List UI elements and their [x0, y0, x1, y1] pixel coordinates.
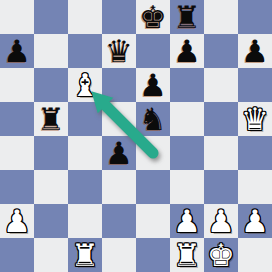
square-d7[interactable]: ♛: [102, 34, 136, 68]
black-queen[interactable]: ♛: [105, 34, 133, 68]
square-d4[interactable]: ♟: [102, 136, 136, 170]
square-h3[interactable]: [238, 170, 272, 204]
square-d8[interactable]: [102, 0, 136, 34]
square-e7[interactable]: [136, 34, 170, 68]
square-a6[interactable]: [0, 68, 34, 102]
square-e6[interactable]: ♟: [136, 68, 170, 102]
square-f5[interactable]: [170, 102, 204, 136]
square-f3[interactable]: [170, 170, 204, 204]
square-e1[interactable]: [136, 238, 170, 272]
square-h2[interactable]: ♟: [238, 204, 272, 238]
square-f8[interactable]: ♜: [170, 0, 204, 34]
square-b5[interactable]: ♜: [34, 102, 68, 136]
square-c4[interactable]: [68, 136, 102, 170]
square-g2[interactable]: ♟: [204, 204, 238, 238]
square-b2[interactable]: [34, 204, 68, 238]
square-f7[interactable]: ♟: [170, 34, 204, 68]
square-e3[interactable]: [136, 170, 170, 204]
square-f2[interactable]: ♟: [170, 204, 204, 238]
white-bishop[interactable]: ♝: [71, 68, 99, 102]
square-a7[interactable]: ♟: [0, 34, 34, 68]
chess-board-area: ♚♜♟♛♟♟♝♟♜♞♛♟♟♟♟♟♜♜♚: [0, 0, 272, 272]
black-pawn[interactable]: ♟: [3, 34, 31, 68]
square-a5[interactable]: [0, 102, 34, 136]
square-a3[interactable]: [0, 170, 34, 204]
square-e2[interactable]: [136, 204, 170, 238]
square-b7[interactable]: [34, 34, 68, 68]
square-a1[interactable]: [0, 238, 34, 272]
square-g5[interactable]: [204, 102, 238, 136]
white-rook[interactable]: ♜: [71, 238, 99, 272]
square-d3[interactable]: [102, 170, 136, 204]
square-b6[interactable]: [34, 68, 68, 102]
white-pawn[interactable]: ♟: [207, 204, 235, 238]
square-c6[interactable]: ♝: [68, 68, 102, 102]
square-e5[interactable]: ♞: [136, 102, 170, 136]
square-e4[interactable]: [136, 136, 170, 170]
black-rook[interactable]: ♜: [37, 102, 65, 136]
square-g7[interactable]: [204, 34, 238, 68]
square-h1[interactable]: [238, 238, 272, 272]
square-h7[interactable]: ♟: [238, 34, 272, 68]
square-a8[interactable]: [0, 0, 34, 34]
black-pawn[interactable]: ♟: [173, 34, 201, 68]
square-g6[interactable]: [204, 68, 238, 102]
square-f4[interactable]: [170, 136, 204, 170]
square-h8[interactable]: [238, 0, 272, 34]
white-pawn[interactable]: ♟: [173, 204, 201, 238]
black-rook[interactable]: ♜: [173, 0, 201, 34]
square-d5[interactable]: [102, 102, 136, 136]
white-pawn[interactable]: ♟: [241, 204, 269, 238]
white-rook[interactable]: ♜: [173, 238, 201, 272]
square-c1[interactable]: ♜: [68, 238, 102, 272]
square-b3[interactable]: [34, 170, 68, 204]
black-knight[interactable]: ♞: [139, 102, 167, 136]
square-d1[interactable]: [102, 238, 136, 272]
square-a4[interactable]: [0, 136, 34, 170]
square-b1[interactable]: [34, 238, 68, 272]
square-g8[interactable]: [204, 0, 238, 34]
square-f1[interactable]: ♜: [170, 238, 204, 272]
square-b8[interactable]: [34, 0, 68, 34]
square-b4[interactable]: [34, 136, 68, 170]
square-c5[interactable]: [68, 102, 102, 136]
square-d2[interactable]: [102, 204, 136, 238]
white-king[interactable]: ♚: [207, 238, 235, 272]
square-h5[interactable]: ♛: [238, 102, 272, 136]
white-pawn[interactable]: ♟: [3, 204, 31, 238]
black-pawn[interactable]: ♟: [241, 34, 269, 68]
square-c7[interactable]: [68, 34, 102, 68]
square-d6[interactable]: [102, 68, 136, 102]
square-g1[interactable]: ♚: [204, 238, 238, 272]
square-c2[interactable]: [68, 204, 102, 238]
chess-board: ♚♜♟♛♟♟♝♟♜♞♛♟♟♟♟♟♜♜♚: [0, 0, 272, 272]
square-a2[interactable]: ♟: [0, 204, 34, 238]
square-g4[interactable]: [204, 136, 238, 170]
black-pawn[interactable]: ♟: [105, 136, 133, 170]
black-pawn[interactable]: ♟: [139, 68, 167, 102]
square-c8[interactable]: [68, 0, 102, 34]
black-king[interactable]: ♚: [139, 0, 167, 34]
square-h4[interactable]: [238, 136, 272, 170]
square-c3[interactable]: [68, 170, 102, 204]
white-queen[interactable]: ♛: [241, 102, 269, 136]
square-f6[interactable]: [170, 68, 204, 102]
square-e8[interactable]: ♚: [136, 0, 170, 34]
square-h6[interactable]: [238, 68, 272, 102]
square-g3[interactable]: [204, 170, 238, 204]
